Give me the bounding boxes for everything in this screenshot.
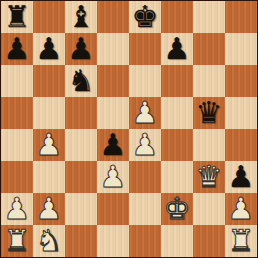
piece-black-queen[interactable]: ♛ bbox=[193, 97, 225, 129]
square-d2[interactable] bbox=[97, 193, 129, 225]
square-a5[interactable] bbox=[1, 97, 33, 129]
square-h8[interactable] bbox=[225, 1, 257, 33]
square-f1[interactable] bbox=[161, 225, 193, 257]
square-f3[interactable] bbox=[161, 161, 193, 193]
square-d6[interactable] bbox=[97, 65, 129, 97]
square-f5[interactable] bbox=[161, 97, 193, 129]
chess-board: ♜♝♚♟♟♟♟♞♟♛♟♟♟♟♛♟♟♟♚♟♜♞♜ bbox=[0, 0, 258, 258]
piece-black-pawn[interactable]: ♟ bbox=[225, 161, 257, 193]
piece-white-pawn[interactable]: ♟ bbox=[129, 129, 161, 161]
piece-white-pawn[interactable]: ♟ bbox=[129, 97, 161, 129]
piece-white-knight[interactable]: ♞ bbox=[33, 225, 65, 257]
square-e5[interactable]: ♟ bbox=[129, 97, 161, 129]
square-b2[interactable]: ♟ bbox=[33, 193, 65, 225]
piece-white-king[interactable]: ♚ bbox=[161, 193, 193, 225]
square-g8[interactable] bbox=[193, 1, 225, 33]
square-a7[interactable]: ♟ bbox=[1, 33, 33, 65]
piece-white-pawn[interactable]: ♟ bbox=[225, 193, 257, 225]
square-h1[interactable]: ♜ bbox=[225, 225, 257, 257]
square-d7[interactable] bbox=[97, 33, 129, 65]
piece-black-pawn[interactable]: ♟ bbox=[33, 33, 65, 65]
square-b7[interactable]: ♟ bbox=[33, 33, 65, 65]
square-d5[interactable] bbox=[97, 97, 129, 129]
piece-white-pawn[interactable]: ♟ bbox=[1, 193, 33, 225]
square-b6[interactable] bbox=[33, 65, 65, 97]
square-g1[interactable] bbox=[193, 225, 225, 257]
square-g5[interactable]: ♛ bbox=[193, 97, 225, 129]
piece-black-knight[interactable]: ♞ bbox=[65, 65, 97, 97]
square-h3[interactable]: ♟ bbox=[225, 161, 257, 193]
piece-white-queen[interactable]: ♛ bbox=[193, 161, 225, 193]
piece-white-rook[interactable]: ♜ bbox=[225, 225, 257, 257]
square-g3[interactable]: ♛ bbox=[193, 161, 225, 193]
square-c8[interactable]: ♝ bbox=[65, 1, 97, 33]
piece-black-pawn[interactable]: ♟ bbox=[161, 33, 193, 65]
square-e7[interactable] bbox=[129, 33, 161, 65]
square-h2[interactable]: ♟ bbox=[225, 193, 257, 225]
square-f7[interactable]: ♟ bbox=[161, 33, 193, 65]
square-f8[interactable] bbox=[161, 1, 193, 33]
square-f6[interactable] bbox=[161, 65, 193, 97]
piece-black-rook[interactable]: ♜ bbox=[1, 1, 33, 33]
square-g7[interactable] bbox=[193, 33, 225, 65]
square-c6[interactable]: ♞ bbox=[65, 65, 97, 97]
square-e3[interactable] bbox=[129, 161, 161, 193]
square-c5[interactable] bbox=[65, 97, 97, 129]
square-h7[interactable] bbox=[225, 33, 257, 65]
square-e8[interactable]: ♚ bbox=[129, 1, 161, 33]
square-c1[interactable] bbox=[65, 225, 97, 257]
square-f2[interactable]: ♚ bbox=[161, 193, 193, 225]
piece-white-pawn[interactable]: ♟ bbox=[33, 193, 65, 225]
square-e1[interactable] bbox=[129, 225, 161, 257]
piece-black-pawn[interactable]: ♟ bbox=[65, 33, 97, 65]
piece-black-king[interactable]: ♚ bbox=[129, 1, 161, 33]
piece-white-pawn[interactable]: ♟ bbox=[33, 129, 65, 161]
square-a1[interactable]: ♜ bbox=[1, 225, 33, 257]
square-b3[interactable] bbox=[33, 161, 65, 193]
square-f4[interactable] bbox=[161, 129, 193, 161]
square-b4[interactable]: ♟ bbox=[33, 129, 65, 161]
square-h4[interactable] bbox=[225, 129, 257, 161]
square-g4[interactable] bbox=[193, 129, 225, 161]
square-g2[interactable] bbox=[193, 193, 225, 225]
square-a6[interactable] bbox=[1, 65, 33, 97]
square-a8[interactable]: ♜ bbox=[1, 1, 33, 33]
square-g6[interactable] bbox=[193, 65, 225, 97]
square-a2[interactable]: ♟ bbox=[1, 193, 33, 225]
square-d8[interactable] bbox=[97, 1, 129, 33]
piece-black-pawn[interactable]: ♟ bbox=[97, 129, 129, 161]
square-c2[interactable] bbox=[65, 193, 97, 225]
square-c7[interactable]: ♟ bbox=[65, 33, 97, 65]
square-e6[interactable] bbox=[129, 65, 161, 97]
square-a3[interactable] bbox=[1, 161, 33, 193]
piece-black-pawn[interactable]: ♟ bbox=[1, 33, 33, 65]
square-c4[interactable] bbox=[65, 129, 97, 161]
square-d3[interactable]: ♟ bbox=[97, 161, 129, 193]
square-h5[interactable] bbox=[225, 97, 257, 129]
square-b5[interactable] bbox=[33, 97, 65, 129]
square-h6[interactable] bbox=[225, 65, 257, 97]
square-b1[interactable]: ♞ bbox=[33, 225, 65, 257]
piece-white-pawn[interactable]: ♟ bbox=[97, 161, 129, 193]
square-a4[interactable] bbox=[1, 129, 33, 161]
square-d4[interactable]: ♟ bbox=[97, 129, 129, 161]
square-d1[interactable] bbox=[97, 225, 129, 257]
square-c3[interactable] bbox=[65, 161, 97, 193]
piece-white-rook[interactable]: ♜ bbox=[1, 225, 33, 257]
square-e2[interactable] bbox=[129, 193, 161, 225]
piece-black-bishop[interactable]: ♝ bbox=[65, 1, 97, 33]
square-e4[interactable]: ♟ bbox=[129, 129, 161, 161]
square-b8[interactable] bbox=[33, 1, 65, 33]
